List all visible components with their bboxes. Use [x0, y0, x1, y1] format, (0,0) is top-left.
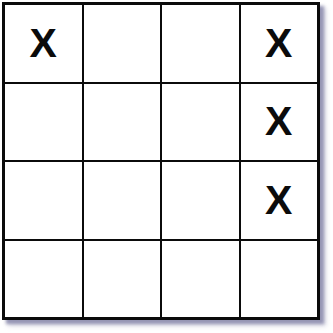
grid-cell-r3c2[interactable] [84, 162, 161, 239]
grid-cell-r2c3[interactable] [162, 84, 239, 161]
grid-cell-r3c1[interactable] [5, 162, 82, 239]
grid-cell-r4c4[interactable] [241, 241, 318, 318]
grid-cell-r4c3[interactable] [162, 241, 239, 318]
game-board: XXXX [5, 5, 317, 317]
grid-cell-r4c2[interactable] [84, 241, 161, 318]
grid-cell-r3c3[interactable] [162, 162, 239, 239]
board-frame: XXXX [2, 2, 320, 320]
puzzle-stage: XXXX [0, 0, 333, 333]
grid-cell-r2c1[interactable] [5, 84, 82, 161]
grid-cell-r2c2[interactable] [84, 84, 161, 161]
grid-cell-r1c4[interactable]: X [241, 5, 318, 82]
grid-cell-r3c4[interactable]: X [241, 162, 318, 239]
grid-cell-r1c1[interactable]: X [5, 5, 82, 82]
grid-cell-r2c4[interactable]: X [241, 84, 318, 161]
grid-cell-r1c3[interactable] [162, 5, 239, 82]
grid-cell-r1c2[interactable] [84, 5, 161, 82]
grid-cell-r4c1[interactable] [5, 241, 82, 318]
